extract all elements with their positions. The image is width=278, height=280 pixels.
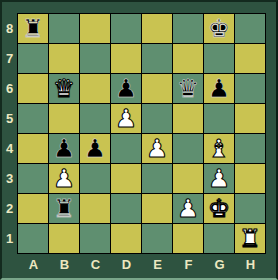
rank-label-3: 3 — [2, 164, 17, 194]
square-c6[interactable] — [80, 74, 110, 103]
square-a6[interactable] — [18, 74, 48, 103]
white-pawn[interactable]: ♟ — [111, 104, 141, 133]
square-d1[interactable] — [111, 224, 141, 253]
square-h4[interactable] — [235, 134, 265, 163]
square-d4[interactable] — [111, 134, 141, 163]
square-e7[interactable] — [142, 44, 172, 73]
square-f6[interactable]: ♛ — [173, 74, 203, 103]
square-g6[interactable]: ♟ — [204, 74, 234, 103]
white-king[interactable]: ♚ — [204, 194, 234, 223]
white-rook[interactable]: ♜ — [235, 224, 265, 253]
square-b7[interactable] — [49, 44, 79, 73]
square-f8[interactable] — [173, 14, 203, 43]
square-h6[interactable] — [235, 74, 265, 103]
square-f2[interactable]: ♟ — [173, 194, 203, 223]
square-b6[interactable]: ♛ — [49, 74, 79, 103]
black-pawn[interactable]: ♟ — [80, 134, 110, 163]
square-a3[interactable] — [18, 164, 48, 193]
square-b4[interactable]: ♟ — [49, 134, 79, 163]
square-b8[interactable] — [49, 14, 79, 43]
square-e5[interactable] — [142, 104, 172, 133]
rank-label-6: 6 — [2, 74, 17, 104]
square-g7[interactable] — [204, 44, 234, 73]
white-pawn[interactable]: ♟ — [204, 164, 234, 193]
square-f3[interactable] — [173, 164, 203, 193]
white-pawn[interactable]: ♟ — [49, 164, 79, 193]
square-f1[interactable] — [173, 224, 203, 253]
square-f4[interactable] — [173, 134, 203, 163]
black-pawn[interactable]: ♟ — [204, 74, 234, 103]
file-label-h: H — [235, 256, 266, 274]
white-bishop[interactable]: ♝ — [204, 134, 234, 163]
rank-label-2: 2 — [2, 194, 17, 224]
square-d8[interactable] — [111, 14, 141, 43]
square-d2[interactable] — [111, 194, 141, 223]
black-king[interactable]: ♚ — [204, 14, 234, 43]
square-a8[interactable]: ♜ — [18, 14, 48, 43]
black-pawn[interactable]: ♟ — [111, 74, 141, 103]
white-pawn[interactable]: ♟ — [142, 134, 172, 163]
square-a4[interactable] — [18, 134, 48, 163]
square-f7[interactable] — [173, 44, 203, 73]
chess-board-frame: ♜♚♛♟♛♟♟♟♟♟♝♟♟♜♟♚♜ 87654321 ABCDEFGH — [0, 0, 278, 280]
square-e3[interactable] — [142, 164, 172, 193]
black-queen[interactable]: ♛ — [173, 74, 203, 103]
square-c4[interactable]: ♟ — [80, 134, 110, 163]
file-label-d: D — [111, 256, 142, 274]
file-label-f: F — [173, 256, 204, 274]
rank-label-8: 8 — [2, 14, 17, 44]
square-h3[interactable] — [235, 164, 265, 193]
square-b1[interactable] — [49, 224, 79, 253]
rank-label-1: 1 — [2, 224, 17, 254]
square-a7[interactable] — [18, 44, 48, 73]
file-label-b: B — [49, 256, 80, 274]
square-c5[interactable] — [80, 104, 110, 133]
square-g5[interactable] — [204, 104, 234, 133]
square-c3[interactable] — [80, 164, 110, 193]
square-e4[interactable]: ♟ — [142, 134, 172, 163]
square-a1[interactable] — [18, 224, 48, 253]
square-e1[interactable] — [142, 224, 172, 253]
square-c7[interactable] — [80, 44, 110, 73]
square-c1[interactable] — [80, 224, 110, 253]
white-pawn[interactable]: ♟ — [173, 194, 203, 223]
chess-board: ♜♚♛♟♛♟♟♟♟♟♝♟♟♜♟♚♜ — [17, 13, 266, 254]
square-b2[interactable]: ♜ — [49, 194, 79, 223]
white-queen[interactable]: ♛ — [49, 74, 79, 103]
square-g1[interactable] — [204, 224, 234, 253]
square-d5[interactable]: ♟ — [111, 104, 141, 133]
black-rook[interactable]: ♜ — [49, 194, 79, 223]
square-g2[interactable]: ♚ — [204, 194, 234, 223]
square-g4[interactable]: ♝ — [204, 134, 234, 163]
file-label-g: G — [204, 256, 235, 274]
square-a5[interactable] — [18, 104, 48, 133]
rank-label-7: 7 — [2, 44, 17, 74]
rank-label-5: 5 — [2, 104, 17, 134]
square-h1[interactable]: ♜ — [235, 224, 265, 253]
square-d6[interactable]: ♟ — [111, 74, 141, 103]
black-pawn[interactable]: ♟ — [49, 134, 79, 163]
file-label-a: A — [18, 256, 49, 274]
square-c2[interactable] — [80, 194, 110, 223]
file-labels: ABCDEFGH — [18, 256, 266, 274]
square-c8[interactable] — [80, 14, 110, 43]
file-label-e: E — [142, 256, 173, 274]
square-f5[interactable] — [173, 104, 203, 133]
square-e2[interactable] — [142, 194, 172, 223]
rank-labels: 87654321 — [2, 14, 17, 254]
square-b3[interactable]: ♟ — [49, 164, 79, 193]
square-e6[interactable] — [142, 74, 172, 103]
square-b5[interactable] — [49, 104, 79, 133]
square-h5[interactable] — [235, 104, 265, 133]
black-rook[interactable]: ♜ — [18, 14, 48, 43]
square-h8[interactable] — [235, 14, 265, 43]
rank-label-4: 4 — [2, 134, 17, 164]
square-h7[interactable] — [235, 44, 265, 73]
square-e8[interactable] — [142, 14, 172, 43]
square-g3[interactable]: ♟ — [204, 164, 234, 193]
square-a2[interactable] — [18, 194, 48, 223]
square-h2[interactable] — [235, 194, 265, 223]
square-d7[interactable] — [111, 44, 141, 73]
file-label-c: C — [80, 256, 111, 274]
square-g8[interactable]: ♚ — [204, 14, 234, 43]
square-d3[interactable] — [111, 164, 141, 193]
